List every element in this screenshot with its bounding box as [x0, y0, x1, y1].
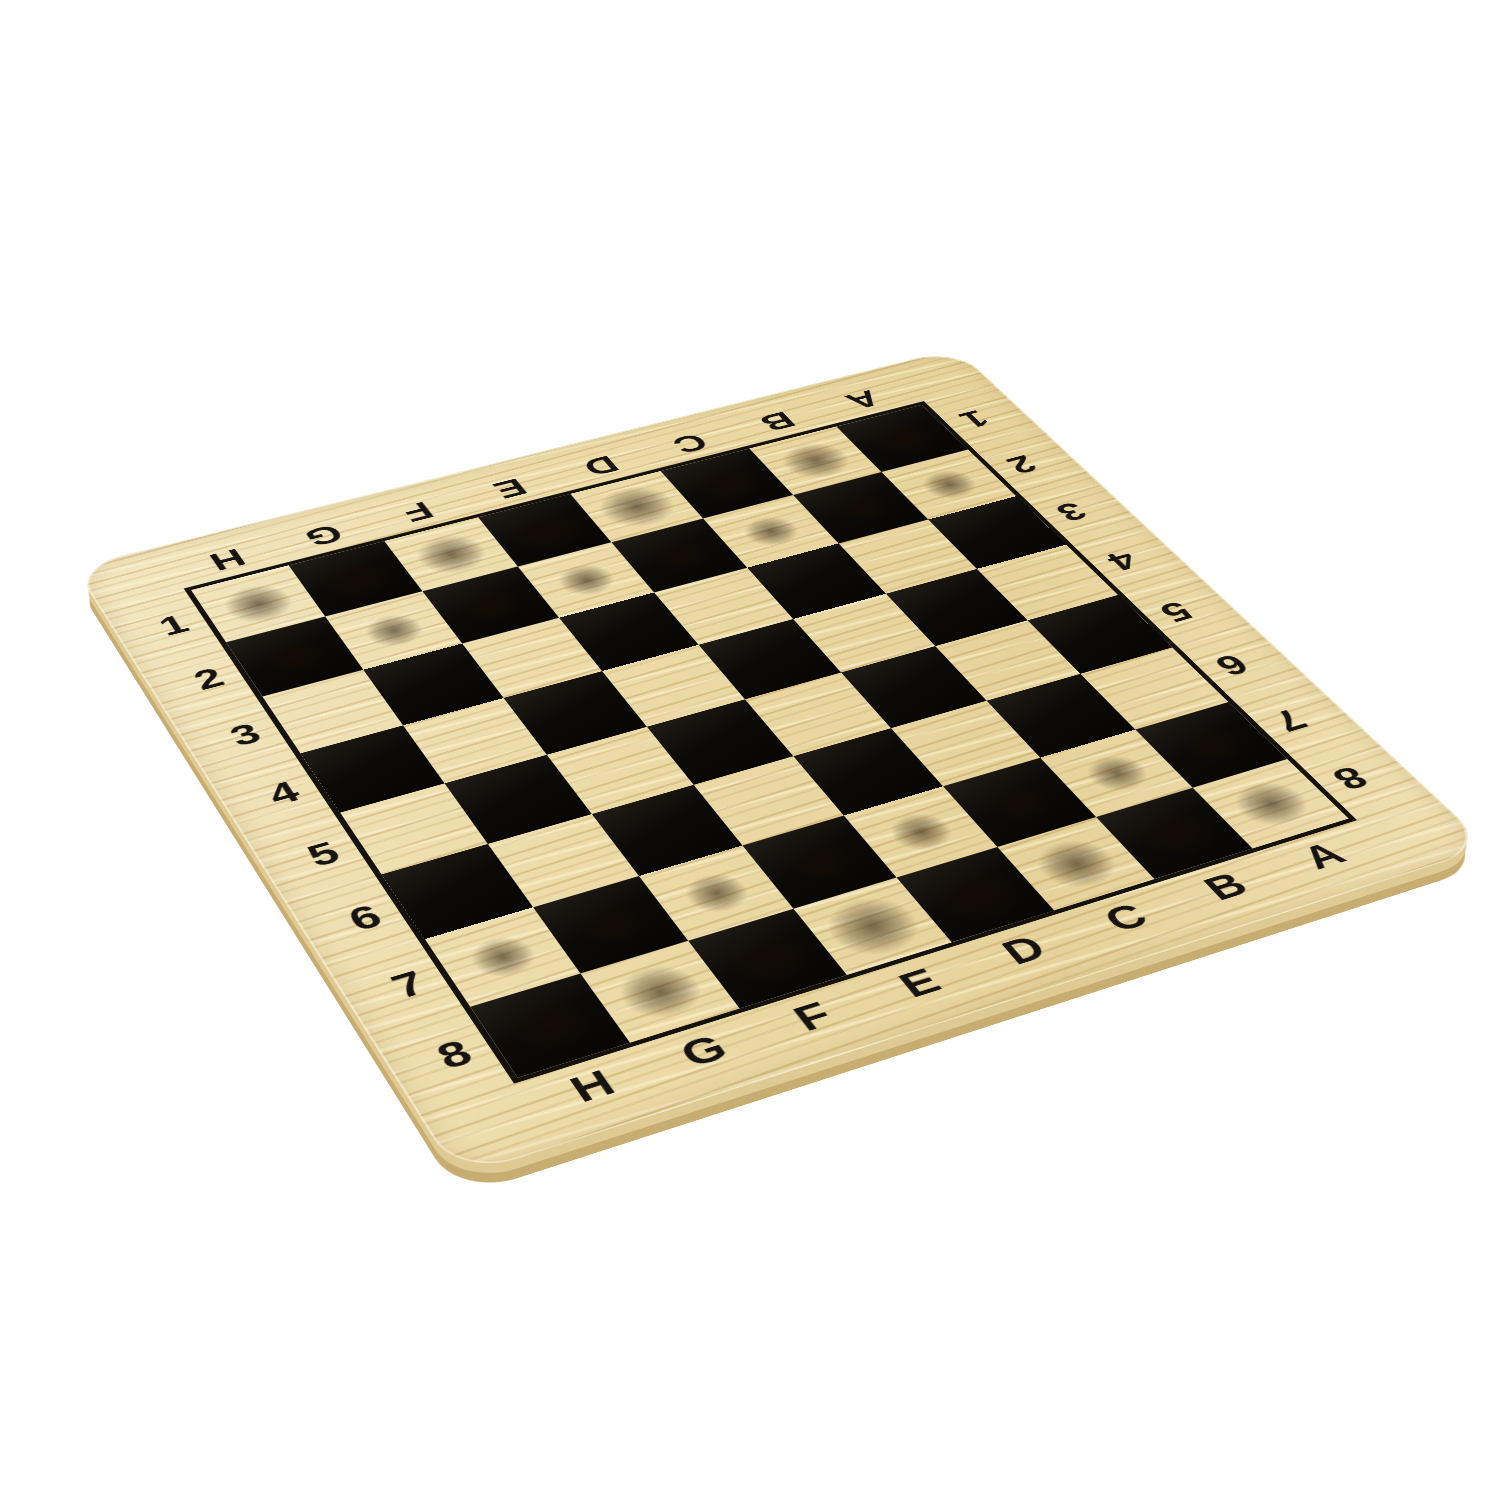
scene: HGFEDCBA HGFEDCBA 12345678 12345678 ♜♞♝♚… — [0, 0, 1500, 1500]
chess-board: HGFEDCBA HGFEDCBA 12345678 12345678 ♜♞♝♚… — [74, 349, 1490, 1178]
black-rook[interactable]: ♜ — [463, 790, 640, 1037]
product-photo: HGFEDCBA HGFEDCBA 12345678 12345678 ♜♞♝♚… — [0, 0, 1500, 1500]
board-print: HGFEDCBA HGFEDCBA 12345678 12345678 ♜♞♝♚… — [74, 348, 1490, 1177]
white-pawn[interactable]: ♟ — [231, 484, 362, 666]
